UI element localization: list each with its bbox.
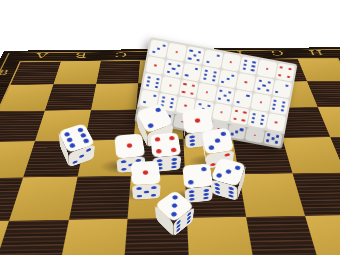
mini-die-top-face: [230, 106, 250, 125]
red-pip: [195, 119, 200, 123]
red-pip: [242, 119, 246, 122]
mini-die-top-face: [149, 39, 169, 58]
pip-cell: [160, 51, 165, 56]
mini-die-front-face: [245, 127, 264, 143]
blue-pip: [227, 99, 231, 102]
red-pip: [156, 149, 162, 154]
pip-cell: [170, 147, 178, 154]
mini-die-top-face: [248, 110, 268, 129]
pip-cell: [190, 91, 195, 96]
die: [63, 132, 90, 159]
die-cube: [151, 143, 179, 160]
pip-cell: [228, 193, 235, 198]
mini-die-top-face: [221, 53, 241, 72]
pip-cell: [222, 142, 231, 149]
pip-cell: [280, 108, 285, 113]
mini-die-top-face: [185, 46, 205, 65]
pip-cell: [244, 101, 249, 106]
board-square-g5: [282, 137, 340, 173]
blue-pip: [251, 69, 255, 72]
board-square-b3: [0, 220, 68, 255]
blue-pip: [121, 168, 127, 171]
pip-cell: [226, 98, 231, 103]
pip-cell: [81, 137, 91, 145]
mini-die-top-face: [197, 83, 217, 102]
mini-die-top-face: [251, 93, 271, 112]
mini-die-top-face: [257, 59, 277, 78]
board-square-c3: [58, 219, 128, 255]
die-cube: [63, 133, 89, 157]
pip-cell: [150, 193, 157, 197]
mini-die-top-face: [179, 79, 199, 98]
board-square-c7: [91, 83, 139, 110]
blue-pip: [275, 141, 279, 144]
pip-cell: [268, 71, 273, 76]
pip-cell: [223, 115, 228, 120]
pip-cell: [202, 196, 209, 200]
mini-die-top-face: [215, 86, 235, 105]
pip-cell: [250, 68, 255, 73]
mini-die-top-face: [236, 73, 256, 92]
red-pip: [143, 171, 148, 175]
pip-cell: [232, 65, 237, 70]
pip-cell: [85, 155, 92, 161]
blue-pip: [228, 194, 233, 198]
board-square-c8: [96, 61, 140, 84]
die-cube: [115, 144, 143, 161]
blue-pip: [72, 160, 77, 165]
pip-cell: [283, 91, 288, 96]
mini-die-top-face: [203, 49, 223, 68]
die: [132, 167, 159, 194]
pip-cell: [274, 140, 279, 144]
die-cube: [203, 139, 231, 158]
pip-cell: [211, 78, 216, 83]
mini-die-top-face: [269, 96, 289, 115]
blue-pip: [151, 194, 157, 197]
die: [215, 166, 242, 193]
pip-cell: [149, 175, 157, 182]
pip-cell: [208, 95, 213, 100]
file-label-h: H: [294, 48, 337, 58]
blue-pip: [203, 196, 209, 199]
blue-pip: [175, 72, 179, 75]
pip-cell: [247, 85, 252, 90]
mini-die-top-face: [218, 69, 238, 88]
mini-die-top-face: [239, 56, 259, 75]
blue-pip: [266, 89, 270, 92]
file-label-a: A: [20, 51, 63, 61]
mini-die-top-face: [161, 76, 181, 95]
die-face-top: [131, 161, 161, 186]
blue-pip: [154, 85, 158, 88]
die-cube: [131, 172, 159, 189]
pip-cell: [193, 75, 198, 80]
blue-pip: [82, 138, 90, 144]
blue-pip: [212, 79, 216, 82]
red-pip: [127, 144, 132, 148]
mini-die-top-face: [254, 76, 274, 95]
pip-cell: [136, 194, 143, 198]
blue-pip: [197, 59, 201, 62]
blue-pip: [137, 195, 143, 198]
red-pip: [190, 92, 194, 95]
die-cube: [164, 198, 185, 228]
pip-cell: [169, 105, 174, 110]
blue-pip: [189, 198, 195, 201]
pip-cell: [214, 61, 219, 66]
mini-die-front-face: [263, 131, 282, 147]
die-face-top: [150, 132, 181, 157]
mini-die-top-face: [146, 56, 166, 75]
pip-cell: [241, 118, 246, 123]
blue-pip: [190, 143, 196, 146]
die-cube: [183, 174, 211, 191]
pip-cell: [238, 134, 243, 138]
die: [204, 135, 231, 162]
mini-die-top-face: [272, 79, 292, 98]
blue-pip: [171, 165, 177, 168]
mini-die-top-face: [266, 113, 286, 132]
pip-cell: [265, 88, 270, 93]
blue-pip: [169, 105, 173, 108]
mini-die-top-face: [275, 63, 295, 82]
pip-cell: [157, 68, 162, 73]
pip-cell: [256, 137, 261, 141]
die-face-top: [114, 133, 145, 158]
pip-cell: [202, 178, 210, 185]
pip-cell: [259, 121, 264, 126]
die: [184, 170, 211, 197]
board-square-b8: [53, 61, 100, 84]
pip-cell: [196, 58, 201, 63]
product-photo-scene: ABCDEFGH 87654321 87654321: [0, 0, 340, 255]
mini-die-top-face: [212, 103, 232, 122]
pip-cell: [178, 54, 183, 59]
blue-pip: [208, 145, 215, 151]
board-square-b7: [45, 84, 96, 111]
pip-cell: [175, 71, 180, 76]
blue-pip: [215, 190, 220, 194]
pip-cell: [134, 148, 142, 155]
red-pip: [170, 147, 176, 152]
die-face-top: [182, 163, 213, 188]
board-square-e3: [187, 217, 255, 255]
pip-cell: [170, 165, 177, 169]
pip-cell: [277, 125, 282, 130]
blue-pip: [188, 180, 194, 185]
mini-die-top-face: [167, 43, 187, 62]
pip-cell: [159, 117, 169, 125]
red-pip: [287, 75, 291, 78]
file-label-g: G: [256, 48, 298, 58]
blue-pip: [260, 122, 264, 125]
pip-cell: [120, 167, 127, 171]
blue-pip: [281, 109, 285, 112]
pip-cell: [262, 105, 267, 110]
file-label-c: C: [100, 50, 141, 60]
mini-die-top-face: [233, 90, 253, 109]
pip-cell: [229, 81, 234, 86]
die-face-front: [132, 184, 161, 200]
mini-die-top-face: [200, 66, 220, 85]
die: [161, 200, 188, 227]
pip-cell: [172, 88, 177, 93]
file-label-b: B: [60, 50, 102, 60]
pip-cell: [154, 85, 159, 90]
pip-cell: [202, 122, 211, 129]
pip-cell: [229, 175, 238, 183]
pip-cell: [188, 197, 195, 201]
pip-cell: [189, 142, 196, 146]
die-cube: [215, 168, 242, 190]
pip-cell: [286, 75, 291, 80]
mini-die-top-face: [182, 63, 202, 82]
